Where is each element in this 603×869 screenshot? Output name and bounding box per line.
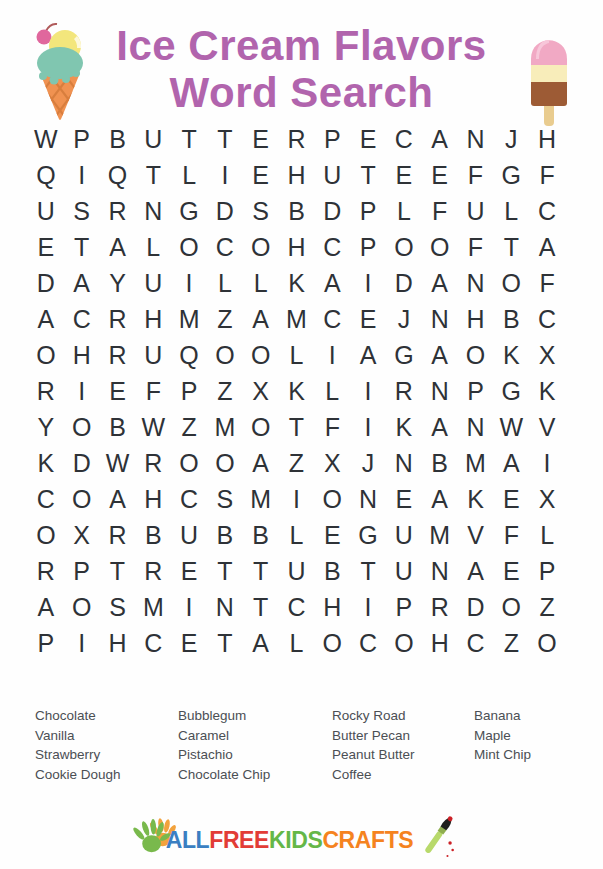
grid-cell-r15-c8[interactable]: L bbox=[279, 625, 315, 661]
grid-cell-r6-c8[interactable]: M bbox=[279, 301, 315, 337]
grid-cell-r14-c11[interactable]: P bbox=[386, 589, 422, 625]
grid-cell-r14-c3[interactable]: S bbox=[100, 589, 136, 625]
grid-cell-r15-c11[interactable]: O bbox=[386, 625, 422, 661]
grid-cell-r10-c1[interactable]: K bbox=[28, 445, 64, 481]
grid-cell-r9-c10[interactable]: I bbox=[350, 409, 386, 445]
popsicle-icon bbox=[523, 29, 575, 129]
grid-cell-r9-c11[interactable]: K bbox=[386, 409, 422, 445]
grid-cell-r10-c6[interactable]: O bbox=[207, 445, 243, 481]
grid-cell-r12-c4[interactable]: B bbox=[135, 517, 171, 553]
grid-cell-r1-c15[interactable]: H bbox=[529, 121, 565, 157]
grid-cell-r7-c2[interactable]: H bbox=[64, 337, 100, 373]
grid-cell-r8-c15[interactable]: K bbox=[529, 373, 565, 409]
grid-cell-r14-c12[interactable]: R bbox=[422, 589, 458, 625]
grid-cell-r7-c12[interactable]: A bbox=[422, 337, 458, 373]
grid-cell-r3-c15[interactable]: C bbox=[529, 193, 565, 229]
grid-cell-r2-c11[interactable]: E bbox=[386, 157, 422, 193]
grid-cell-r14-c10[interactable]: I bbox=[350, 589, 386, 625]
grid-cell-r13-c1[interactable]: R bbox=[28, 553, 64, 589]
grid-cell-r11-c9[interactable]: O bbox=[314, 481, 350, 517]
grid-cell-r6-c5[interactable]: M bbox=[171, 301, 207, 337]
grid-cell-r14-c1[interactable]: A bbox=[28, 589, 64, 625]
grid-cell-r15-c4[interactable]: C bbox=[135, 625, 171, 661]
grid-cell-r1-c7[interactable]: E bbox=[243, 121, 279, 157]
grid-cell-r6-c13[interactable]: H bbox=[458, 301, 494, 337]
grid-cell-r12-c14[interactable]: F bbox=[493, 517, 529, 553]
grid-cell-r8-c12[interactable]: N bbox=[422, 373, 458, 409]
grid-cell-r10-c15[interactable]: I bbox=[529, 445, 565, 481]
grid-cell-r6-c15[interactable]: C bbox=[529, 301, 565, 337]
grid-cell-r8-c11[interactable]: R bbox=[386, 373, 422, 409]
grid-cell-r2-c5[interactable]: L bbox=[171, 157, 207, 193]
grid-cell-r6-c12[interactable]: N bbox=[422, 301, 458, 337]
word-list-item: Bubblegum bbox=[178, 706, 332, 726]
grid-cell-r8-c14[interactable]: G bbox=[493, 373, 529, 409]
grid-cell-r9-c2[interactable]: O bbox=[64, 409, 100, 445]
grid-cell-r3-c10[interactable]: P bbox=[350, 193, 386, 229]
grid-cell-r6-c9[interactable]: C bbox=[314, 301, 350, 337]
grid-cell-r12-c7[interactable]: B bbox=[243, 517, 279, 553]
allfreekidscrafts-logo[interactable]: ALLFREEKIDSCRAFTS bbox=[146, 816, 458, 866]
grid-cell-r2-c4[interactable]: T bbox=[135, 157, 171, 193]
handprint-icon bbox=[146, 818, 166, 864]
grid-cell-r7-c1[interactable]: O bbox=[28, 337, 64, 373]
grid-cell-r1-c3[interactable]: B bbox=[100, 121, 136, 157]
grid-cell-r8-c10[interactable]: I bbox=[350, 373, 386, 409]
footer: ALLFREEKIDSCRAFTS bbox=[0, 812, 603, 869]
grid-cell-r7-c8[interactable]: L bbox=[279, 337, 315, 373]
grid-cell-r14-c13[interactable]: D bbox=[458, 589, 494, 625]
grid-cell-r11-c3[interactable]: A bbox=[100, 481, 136, 517]
grid-cell-r15-c12[interactable]: H bbox=[422, 625, 458, 661]
grid-cell-r3-c8[interactable]: B bbox=[279, 193, 315, 229]
grid-cell-r9-c12[interactable]: A bbox=[422, 409, 458, 445]
grid-cell-r3-c1[interactable]: U bbox=[28, 193, 64, 229]
grid-cell-r12-c13[interactable]: V bbox=[458, 517, 494, 553]
word-list-column: Rocky RoadButter PecanPeanut ButterCoffe… bbox=[332, 706, 474, 784]
grid-cell-r10-c12[interactable]: B bbox=[422, 445, 458, 481]
grid-cell-r3-c3[interactable]: R bbox=[100, 193, 136, 229]
grid-cell-r3-c13[interactable]: U bbox=[458, 193, 494, 229]
word-list-item: Maple bbox=[474, 726, 580, 746]
grid-cell-r6-c2[interactable]: C bbox=[64, 301, 100, 337]
grid-cell-r12-c9[interactable]: E bbox=[314, 517, 350, 553]
grid-cell-r9-c3[interactable]: B bbox=[100, 409, 136, 445]
grid-cell-r5-c11[interactable]: D bbox=[386, 265, 422, 301]
grid-cell-r11-c11[interactable]: E bbox=[386, 481, 422, 517]
grid-cell-r5-c6[interactable]: L bbox=[207, 265, 243, 301]
grid-cell-r5-c2[interactable]: A bbox=[64, 265, 100, 301]
grid-cell-r11-c12[interactable]: A bbox=[422, 481, 458, 517]
grid-cell-r11-c2[interactable]: O bbox=[64, 481, 100, 517]
word-list: ChocolateVanillaStrawberryCookie Dough B… bbox=[35, 706, 580, 784]
grid-cell-r8-c2[interactable]: I bbox=[64, 373, 100, 409]
logo-segment-free: FREE bbox=[209, 827, 269, 853]
grid-cell-r3-c2[interactable]: S bbox=[64, 193, 100, 229]
grid-cell-r14-c2[interactable]: O bbox=[64, 589, 100, 625]
grid-cell-r6-c7[interactable]: A bbox=[243, 301, 279, 337]
grid-cell-r8-c9[interactable]: L bbox=[314, 373, 350, 409]
grid-cell-r9-c7[interactable]: O bbox=[243, 409, 279, 445]
grid-cell-r14-c9[interactable]: H bbox=[314, 589, 350, 625]
grid-cell-r2-c12[interactable]: E bbox=[422, 157, 458, 193]
grid-cell-r13-c8[interactable]: U bbox=[279, 553, 315, 589]
grid-cell-r15-c3[interactable]: H bbox=[100, 625, 136, 661]
grid-cell-r3-c12[interactable]: F bbox=[422, 193, 458, 229]
grid-cell-r12-c10[interactable]: G bbox=[350, 517, 386, 553]
grid-cell-r3-c9[interactable]: D bbox=[314, 193, 350, 229]
grid-cell-r9-c1[interactable]: Y bbox=[28, 409, 64, 445]
grid-cell-r2-c2[interactable]: I bbox=[64, 157, 100, 193]
grid-cell-r12-c2[interactable]: X bbox=[64, 517, 100, 553]
grid-cell-r13-c2[interactable]: P bbox=[64, 553, 100, 589]
grid-cell-r7-c7[interactable]: O bbox=[243, 337, 279, 373]
grid-cell-r13-c9[interactable]: B bbox=[314, 553, 350, 589]
grid-cell-r8-c3[interactable]: E bbox=[100, 373, 136, 409]
grid-cell-r13-c12[interactable]: N bbox=[422, 553, 458, 589]
grid-cell-r6-c4[interactable]: H bbox=[135, 301, 171, 337]
grid-cell-r15-c14[interactable]: Z bbox=[493, 625, 529, 661]
grid-cell-r1-c6[interactable]: T bbox=[207, 121, 243, 157]
grid-cell-r11-c10[interactable]: N bbox=[350, 481, 386, 517]
grid-cell-r15-c1[interactable]: P bbox=[28, 625, 64, 661]
grid-cell-r14-c7[interactable]: T bbox=[243, 589, 279, 625]
word-list-item: Chocolate bbox=[35, 706, 178, 726]
grid-cell-r9-c6[interactable]: M bbox=[207, 409, 243, 445]
grid-cell-r1-c11[interactable]: C bbox=[386, 121, 422, 157]
grid-cell-r10-c2[interactable]: D bbox=[64, 445, 100, 481]
grid-cell-r7-c15[interactable]: X bbox=[529, 337, 565, 373]
grid-cell-r4-c11[interactable]: O bbox=[386, 229, 422, 265]
grid-cell-r10-c10[interactable]: J bbox=[350, 445, 386, 481]
grid-cell-r4-c14[interactable]: T bbox=[493, 229, 529, 265]
grid-cell-r14-c15[interactable]: Z bbox=[529, 589, 565, 625]
grid-cell-r14-c8[interactable]: C bbox=[279, 589, 315, 625]
grid-cell-r8-c7[interactable]: X bbox=[243, 373, 279, 409]
grid-cell-r14-c4[interactable]: M bbox=[135, 589, 171, 625]
grid-cell-r7-c13[interactable]: O bbox=[458, 337, 494, 373]
grid-cell-r5-c10[interactable]: I bbox=[350, 265, 386, 301]
grid-cell-r13-c4[interactable]: R bbox=[135, 553, 171, 589]
grid-cell-r10-c14[interactable]: A bbox=[493, 445, 529, 481]
grid-cell-r15-c5[interactable]: E bbox=[171, 625, 207, 661]
grid-cell-r7-c10[interactable]: A bbox=[350, 337, 386, 373]
grid-cell-r11-c8[interactable]: I bbox=[279, 481, 315, 517]
grid-cell-r11-c7[interactable]: M bbox=[243, 481, 279, 517]
grid-cell-r2-c3[interactable]: Q bbox=[100, 157, 136, 193]
grid-cell-r1-c9[interactable]: P bbox=[314, 121, 350, 157]
header: Ice Cream Flavors Word Search bbox=[0, 0, 603, 120]
grid-cell-r9-c5[interactable]: Z bbox=[171, 409, 207, 445]
grid-cell-r5-c14[interactable]: O bbox=[493, 265, 529, 301]
grid-cell-r7-c3[interactable]: R bbox=[100, 337, 136, 373]
grid-cell-r4-c10[interactable]: P bbox=[350, 229, 386, 265]
grid-cell-r2-c6[interactable]: I bbox=[207, 157, 243, 193]
word-list-item: Mint Chip bbox=[474, 745, 580, 765]
word-list-item: Cookie Dough bbox=[35, 765, 178, 785]
grid-cell-r3-c11[interactable]: L bbox=[386, 193, 422, 229]
grid-cell-r14-c6[interactable]: N bbox=[207, 589, 243, 625]
grid-cell-r4-c13[interactable]: F bbox=[458, 229, 494, 265]
word-list-item: Peanut Butter bbox=[332, 745, 474, 765]
grid-cell-r11-c13[interactable]: K bbox=[458, 481, 494, 517]
grid-cell-r5-c3[interactable]: Y bbox=[100, 265, 136, 301]
word-list-column: BananaMapleMint Chip bbox=[474, 706, 580, 784]
grid-cell-r7-c11[interactable]: G bbox=[386, 337, 422, 373]
grid-cell-r5-c5[interactable]: I bbox=[171, 265, 207, 301]
grid-cell-r5-c4[interactable]: U bbox=[135, 265, 171, 301]
grid-cell-r10-c13[interactable]: M bbox=[458, 445, 494, 481]
grid-cell-r8-c13[interactable]: P bbox=[458, 373, 494, 409]
grid-cell-r9-c9[interactable]: F bbox=[314, 409, 350, 445]
grid-cell-r7-c4[interactable]: U bbox=[135, 337, 171, 373]
grid-cell-r1-c8[interactable]: R bbox=[279, 121, 315, 157]
grid-cell-r10-c8[interactable]: Z bbox=[279, 445, 315, 481]
grid-cell-r5-c9[interactable]: A bbox=[314, 265, 350, 301]
grid-cell-r9-c8[interactable]: T bbox=[279, 409, 315, 445]
grid-cell-r4-c7[interactable]: O bbox=[243, 229, 279, 265]
word-list-item: Coffee bbox=[332, 765, 474, 785]
grid-cell-r3-c4[interactable]: N bbox=[135, 193, 171, 229]
grid-cell-r3-c6[interactable]: D bbox=[207, 193, 243, 229]
grid-cell-r9-c15[interactable]: V bbox=[529, 409, 565, 445]
word-list-item: Strawberry bbox=[35, 745, 178, 765]
grid-cell-r11-c5[interactable]: C bbox=[171, 481, 207, 517]
grid-cell-r13-c7[interactable]: T bbox=[243, 553, 279, 589]
grid-cell-r7-c6[interactable]: O bbox=[207, 337, 243, 373]
grid-cell-r13-c11[interactable]: U bbox=[386, 553, 422, 589]
grid-cell-r13-c5[interactable]: E bbox=[171, 553, 207, 589]
grid-cell-r5-c8[interactable]: K bbox=[279, 265, 315, 301]
grid-cell-r2-c10[interactable]: T bbox=[350, 157, 386, 193]
grid-cell-r5-c12[interactable]: A bbox=[422, 265, 458, 301]
grid-cell-r9-c13[interactable]: N bbox=[458, 409, 494, 445]
grid-cell-r8-c8[interactable]: K bbox=[279, 373, 315, 409]
grid-cell-r1-c13[interactable]: N bbox=[458, 121, 494, 157]
word-search-grid: WPBUTTERPECANJHQIQTLIEHUTEEFGFUSRNGDSBDP… bbox=[28, 121, 565, 661]
grid-cell-r13-c6[interactable]: T bbox=[207, 553, 243, 589]
grid-cell-r1-c12[interactable]: A bbox=[422, 121, 458, 157]
grid-cell-r4-c6[interactable]: C bbox=[207, 229, 243, 265]
word-list-item: Chocolate Chip bbox=[178, 765, 332, 785]
word-list-item: Pistachio bbox=[178, 745, 332, 765]
grid-cell-r9-c14[interactable]: W bbox=[493, 409, 529, 445]
grid-cell-r2-c14[interactable]: G bbox=[493, 157, 529, 193]
grid-cell-r5-c13[interactable]: N bbox=[458, 265, 494, 301]
grid-cell-r6-c6[interactable]: Z bbox=[207, 301, 243, 337]
grid-cell-r11-c4[interactable]: H bbox=[135, 481, 171, 517]
grid-cell-r2-c7[interactable]: E bbox=[243, 157, 279, 193]
grid-cell-r5-c1[interactable]: D bbox=[28, 265, 64, 301]
grid-cell-r1-c2[interactable]: P bbox=[64, 121, 100, 157]
grid-cell-r12-c11[interactable]: U bbox=[386, 517, 422, 553]
grid-cell-r11-c1[interactable]: C bbox=[28, 481, 64, 517]
grid-cell-r9-c4[interactable]: W bbox=[135, 409, 171, 445]
grid-cell-r15-c9[interactable]: O bbox=[314, 625, 350, 661]
grid-cell-r7-c9[interactable]: I bbox=[314, 337, 350, 373]
grid-cell-r4-c12[interactable]: O bbox=[422, 229, 458, 265]
page-title: Ice Cream Flavors Word Search bbox=[0, 22, 603, 116]
grid-cell-r3-c14[interactable]: L bbox=[493, 193, 529, 229]
grid-cell-r1-c5[interactable]: T bbox=[171, 121, 207, 157]
grid-cell-r6-c3[interactable]: R bbox=[100, 301, 136, 337]
grid-cell-r4-c2[interactable]: T bbox=[64, 229, 100, 265]
grid-cell-r12-c5[interactable]: U bbox=[171, 517, 207, 553]
grid-cell-r12-c1[interactable]: O bbox=[28, 517, 64, 553]
grid-cell-r13-c10[interactable]: T bbox=[350, 553, 386, 589]
grid-cell-r2-c1[interactable]: Q bbox=[28, 157, 64, 193]
word-list-item: Banana bbox=[474, 706, 580, 726]
logo-segment-kids: KIDS bbox=[269, 827, 322, 853]
grid-cell-r11-c15[interactable]: X bbox=[529, 481, 565, 517]
grid-cell-r13-c15[interactable]: P bbox=[529, 553, 565, 589]
grid-cell-r10-c4[interactable]: R bbox=[135, 445, 171, 481]
grid-cell-r13-c3[interactable]: T bbox=[100, 553, 136, 589]
grid-cell-r12-c6[interactable]: B bbox=[207, 517, 243, 553]
grid-cell-r8-c4[interactable]: F bbox=[135, 373, 171, 409]
grid-cell-r4-c3[interactable]: A bbox=[100, 229, 136, 265]
grid-cell-r10-c7[interactable]: A bbox=[243, 445, 279, 481]
grid-cell-r15-c15[interactable]: O bbox=[529, 625, 565, 661]
logo-segment-all: ALL bbox=[166, 827, 210, 853]
grid-cell-r2-c8[interactable]: H bbox=[279, 157, 315, 193]
grid-cell-r14-c14[interactable]: O bbox=[493, 589, 529, 625]
grid-cell-r10-c11[interactable]: N bbox=[386, 445, 422, 481]
grid-cell-r14-c5[interactable]: I bbox=[171, 589, 207, 625]
grid-cell-r1-c1[interactable]: W bbox=[28, 121, 64, 157]
grid-cell-r12-c15[interactable]: L bbox=[529, 517, 565, 553]
grid-cell-r15-c13[interactable]: C bbox=[458, 625, 494, 661]
grid-cell-r15-c6[interactable]: T bbox=[207, 625, 243, 661]
grid-cell-r11-c14[interactable]: E bbox=[493, 481, 529, 517]
grid-cell-r15-c7[interactable]: A bbox=[243, 625, 279, 661]
grid-cell-r8-c1[interactable]: R bbox=[28, 373, 64, 409]
grid-cell-r8-c5[interactable]: P bbox=[171, 373, 207, 409]
grid-cell-r4-c8[interactable]: H bbox=[279, 229, 315, 265]
grid-cell-r12-c12[interactable]: M bbox=[422, 517, 458, 553]
paintbrush-icon bbox=[419, 812, 457, 866]
grid-cell-r6-c1[interactable]: A bbox=[28, 301, 64, 337]
grid-cell-r5-c15[interactable]: F bbox=[529, 265, 565, 301]
grid-cell-r1-c4[interactable]: U bbox=[135, 121, 171, 157]
word-list-item: Vanilla bbox=[35, 726, 178, 746]
grid-cell-r3-c7[interactable]: S bbox=[243, 193, 279, 229]
word-list-column: ChocolateVanillaStrawberryCookie Dough bbox=[35, 706, 178, 784]
grid-cell-r10-c5[interactable]: O bbox=[171, 445, 207, 481]
grid-cell-r13-c13[interactable]: A bbox=[458, 553, 494, 589]
word-list-item: Butter Pecan bbox=[332, 726, 474, 746]
grid-cell-r2-c15[interactable]: F bbox=[529, 157, 565, 193]
word-list-item: Caramel bbox=[178, 726, 332, 746]
title-line-1: Ice Cream Flavors bbox=[0, 22, 603, 69]
grid-cell-r7-c5[interactable]: Q bbox=[171, 337, 207, 373]
grid-cell-r15-c10[interactable]: C bbox=[350, 625, 386, 661]
grid-cell-r1-c10[interactable]: E bbox=[350, 121, 386, 157]
grid-cell-r4-c1[interactable]: E bbox=[28, 229, 64, 265]
grid-cell-r12-c3[interactable]: R bbox=[100, 517, 136, 553]
grid-cell-r2-c13[interactable]: F bbox=[458, 157, 494, 193]
grid-cell-r4-c4[interactable]: L bbox=[135, 229, 171, 265]
grid-cell-r15-c2[interactable]: I bbox=[64, 625, 100, 661]
grid-cell-r4-c9[interactable]: C bbox=[314, 229, 350, 265]
logo-text: ALLFREEKIDSCRAFTS bbox=[166, 827, 414, 854]
grid-cell-r1-c14[interactable]: J bbox=[493, 121, 529, 157]
grid-cell-r6-c14[interactable]: B bbox=[493, 301, 529, 337]
grid-cell-r13-c14[interactable]: E bbox=[493, 553, 529, 589]
grid-cell-r3-c5[interactable]: G bbox=[171, 193, 207, 229]
grid-cell-r8-c6[interactable]: Z bbox=[207, 373, 243, 409]
grid-cell-r12-c8[interactable]: L bbox=[279, 517, 315, 553]
grid-cell-r10-c9[interactable]: X bbox=[314, 445, 350, 481]
grid-cell-r4-c15[interactable]: A bbox=[529, 229, 565, 265]
grid-cell-r2-c9[interactable]: U bbox=[314, 157, 350, 193]
grid-cell-r7-c14[interactable]: K bbox=[493, 337, 529, 373]
logo-segment-crafts: CRAFTS bbox=[322, 827, 413, 853]
word-list-item: Rocky Road bbox=[332, 706, 474, 726]
grid-cell-r10-c3[interactable]: W bbox=[100, 445, 136, 481]
title-line-2: Word Search bbox=[0, 69, 603, 116]
word-list-column: BubblegumCaramelPistachioChocolate Chip bbox=[178, 706, 332, 784]
worksheet-page: Ice Cream Flavors Word Search WPBUTTERPE… bbox=[0, 0, 603, 869]
grid-cell-r4-c5[interactable]: O bbox=[171, 229, 207, 265]
grid-cell-r11-c6[interactable]: S bbox=[207, 481, 243, 517]
grid-cell-r6-c11[interactable]: J bbox=[386, 301, 422, 337]
grid-cell-r6-c10[interactable]: E bbox=[350, 301, 386, 337]
grid-cell-r5-c7[interactable]: L bbox=[243, 265, 279, 301]
